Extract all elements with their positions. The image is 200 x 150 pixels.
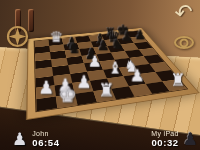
hud-overlay: ↶ (0, 0, 200, 150)
player-white-name: John (32, 130, 48, 137)
undo-button[interactable]: ↶ (169, 0, 198, 28)
compass-button[interactable] (5, 24, 30, 49)
player-white-clock: 06:54 (32, 137, 59, 148)
black-pawn-icon: ♟ (183, 131, 198, 148)
player-black-clock: 00:32 (151, 137, 178, 148)
white-pawn-icon: ♟ (12, 131, 27, 148)
player-black-plate: My iPad 00:32 ♟ (151, 130, 198, 148)
chess-app-scene: ♛♜♚♟♝♛♟♟♞♟♞♟♟♝♞♟♟♟♟♚♜♜ ↶ ♟ John 06:54 My (0, 0, 200, 150)
compass-icon (5, 24, 30, 49)
view-button[interactable] (174, 36, 194, 49)
player-black-name: My iPad (151, 130, 178, 137)
undo-arrow-icon: ↶ (173, 0, 195, 26)
player-white-plate: ♟ John 06:54 (12, 130, 60, 148)
